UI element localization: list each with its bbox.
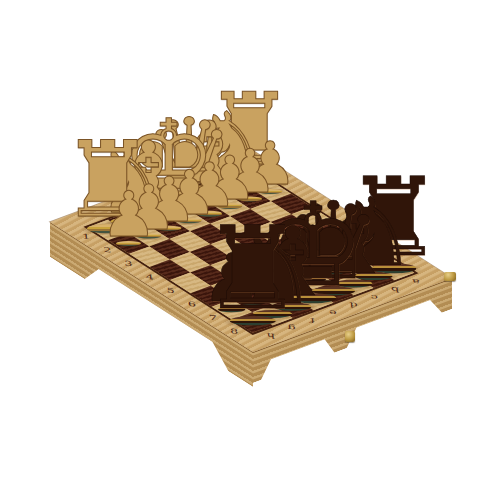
- brass-latch: [345, 331, 355, 342]
- scene: 12345678 abcdefgh ♜♟♟♜♞♟♟♞♝♟♟♝♛♟♟♛♚♟♟♚♝♟…: [0, 0, 500, 500]
- chess-board: 12345678 abcdefgh ♜♟♟♜♞♟♟♞♝♟♟♝♛♟♟♛♚♟♟♚♝♟…: [0, 0, 500, 500]
- board-frame: 12345678 abcdefgh: [50, 148, 452, 352]
- file-label: h: [257, 327, 284, 345]
- brass-latch: [444, 272, 456, 281]
